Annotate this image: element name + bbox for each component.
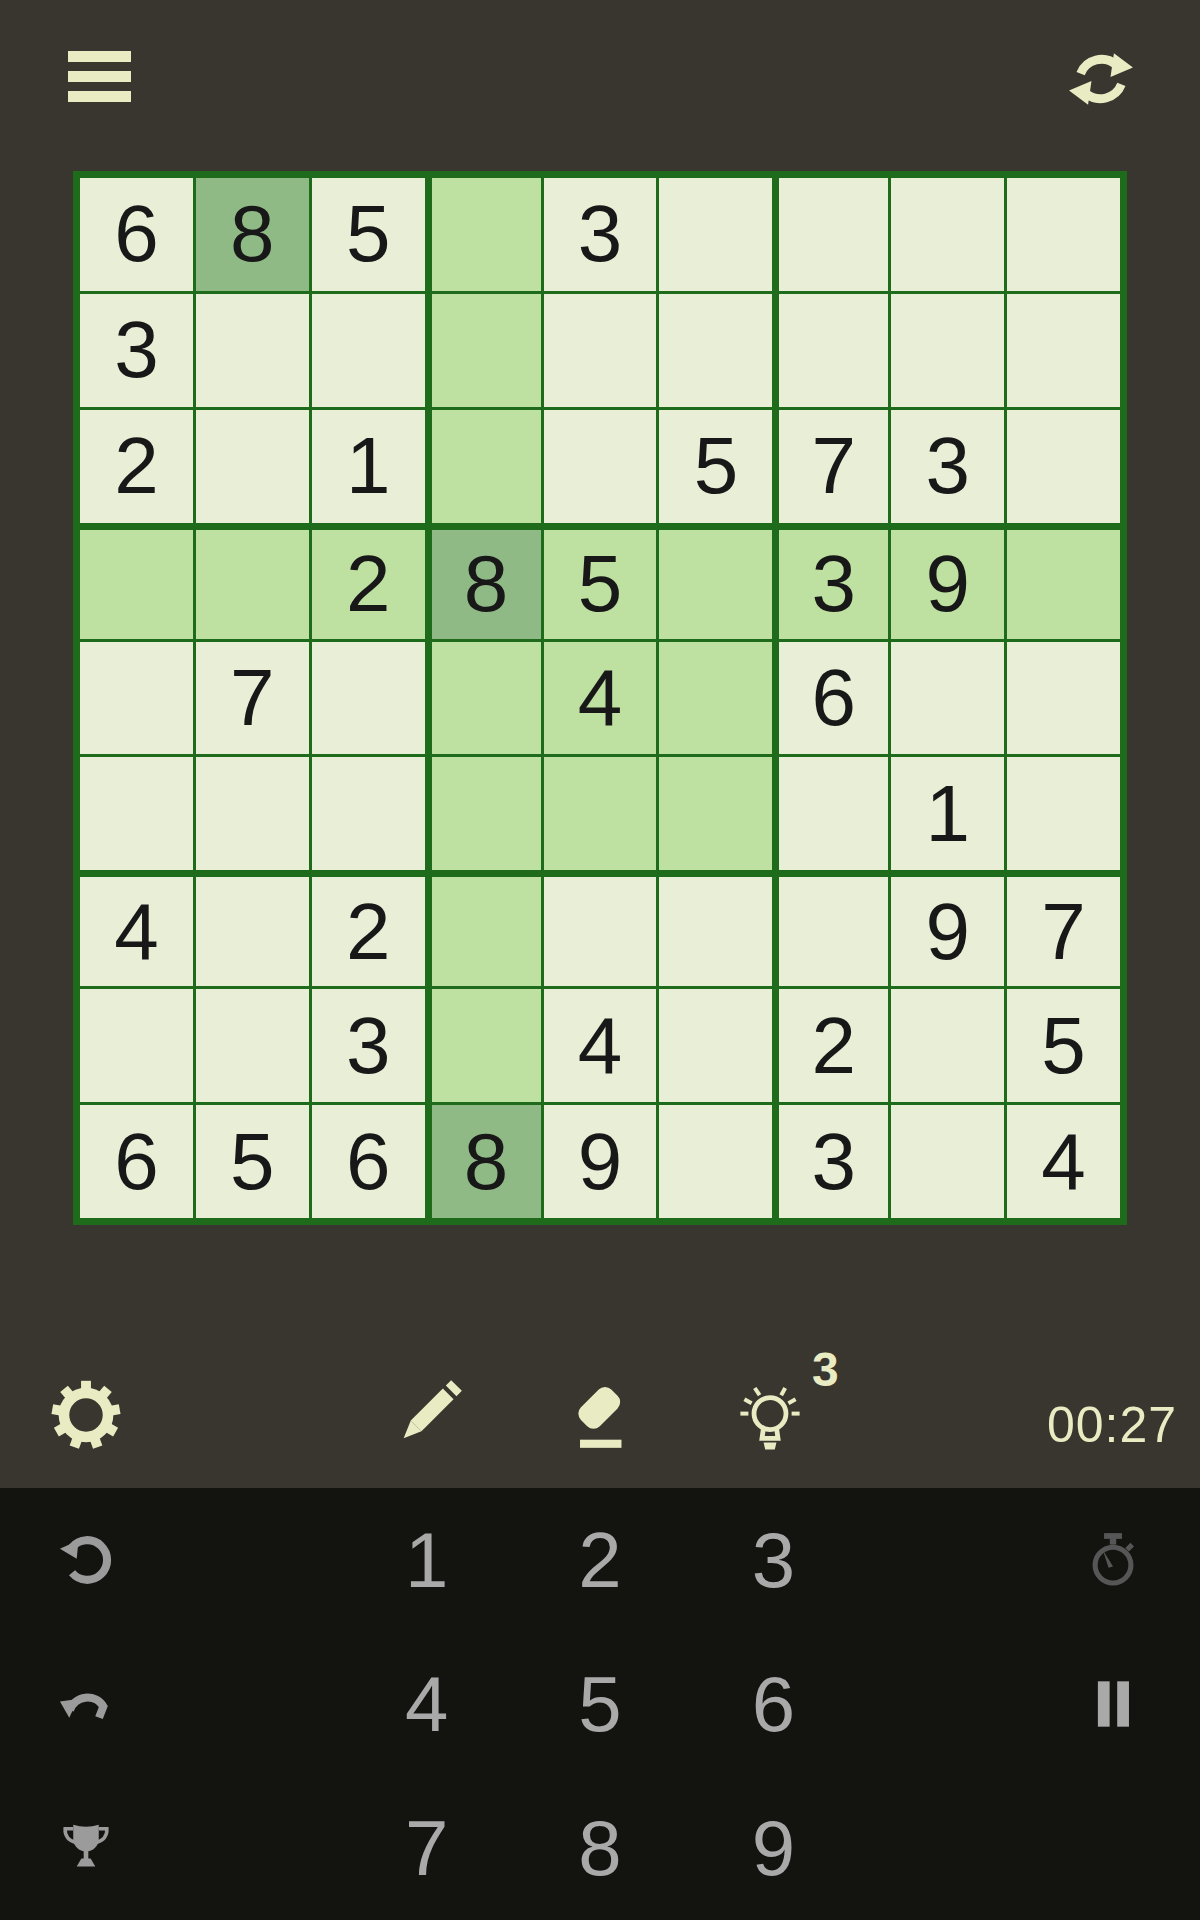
cell-r5c2[interactable]: 7 bbox=[196, 642, 309, 755]
cell-r3c7[interactable]: 7 bbox=[775, 410, 888, 523]
cell-r6c4[interactable] bbox=[428, 757, 541, 870]
numpad-key-9[interactable]: 9 bbox=[687, 1776, 860, 1920]
cell-r5c7[interactable]: 6 bbox=[775, 642, 888, 755]
cell-r3c1[interactable]: 2 bbox=[80, 410, 193, 523]
cell-r4c7[interactable]: 3 bbox=[775, 526, 888, 639]
numpad-key-7[interactable]: 7 bbox=[340, 1776, 513, 1920]
cell-r5c4[interactable] bbox=[428, 642, 541, 755]
cell-r5c3[interactable] bbox=[312, 642, 425, 755]
cell-r8c9[interactable]: 5 bbox=[1007, 989, 1120, 1102]
menu-bar bbox=[68, 91, 131, 102]
cell-r8c4[interactable] bbox=[428, 989, 541, 1102]
cell-r2c4[interactable] bbox=[428, 294, 541, 407]
cell-r4c3[interactable]: 2 bbox=[312, 526, 425, 639]
cell-r6c3[interactable] bbox=[312, 757, 425, 870]
cell-r1c7[interactable] bbox=[775, 178, 888, 291]
cell-r1c8[interactable] bbox=[891, 178, 1004, 291]
cell-r1c4[interactable] bbox=[428, 178, 541, 291]
cell-r6c7[interactable] bbox=[775, 757, 888, 870]
cell-r5c9[interactable] bbox=[1007, 642, 1120, 755]
cell-r9c1[interactable]: 6 bbox=[80, 1105, 193, 1218]
cell-r1c1[interactable]: 6 bbox=[80, 178, 193, 291]
numpad-key-3[interactable]: 3 bbox=[687, 1488, 860, 1632]
number-pad: 123456789 bbox=[340, 1488, 860, 1920]
cell-r5c1[interactable] bbox=[80, 642, 193, 755]
timer-display: 00:27 bbox=[1047, 1396, 1177, 1454]
cell-r3c5[interactable] bbox=[544, 410, 657, 523]
cell-r7c5[interactable] bbox=[544, 873, 657, 986]
new-game-refresh-icon[interactable] bbox=[1067, 45, 1135, 113]
menu-bar bbox=[68, 71, 131, 82]
cell-r8c6[interactable] bbox=[659, 989, 772, 1102]
cell-r8c2[interactable] bbox=[196, 989, 309, 1102]
cell-r4c1[interactable] bbox=[80, 526, 193, 639]
cell-r6c1[interactable] bbox=[80, 757, 193, 870]
cell-r9c9[interactable]: 4 bbox=[1007, 1105, 1120, 1218]
cell-r9c4[interactable]: 8 bbox=[428, 1105, 541, 1218]
cell-r8c1[interactable] bbox=[80, 989, 193, 1102]
cell-r3c2[interactable] bbox=[196, 410, 309, 523]
cell-r7c6[interactable] bbox=[659, 873, 772, 986]
restart-icon[interactable] bbox=[26, 1488, 146, 1632]
cell-r2c2[interactable] bbox=[196, 294, 309, 407]
eraser-icon[interactable] bbox=[563, 1376, 637, 1456]
cell-r2c3[interactable] bbox=[312, 294, 425, 407]
numpad-key-2[interactable]: 2 bbox=[513, 1488, 686, 1632]
cell-r7c7[interactable] bbox=[775, 873, 888, 986]
cell-r9c2[interactable]: 5 bbox=[196, 1105, 309, 1218]
cell-r1c2[interactable]: 8 bbox=[196, 178, 309, 291]
sudoku-board: 6853321573285397461429734256568934 bbox=[73, 171, 1127, 1225]
cell-r2c9[interactable] bbox=[1007, 294, 1120, 407]
cell-r6c2[interactable] bbox=[196, 757, 309, 870]
numpad-key-6[interactable]: 6 bbox=[687, 1632, 860, 1776]
cell-r8c5[interactable]: 4 bbox=[544, 989, 657, 1102]
cell-r1c5[interactable]: 3 bbox=[544, 178, 657, 291]
cell-r9c8[interactable] bbox=[891, 1105, 1004, 1218]
cell-r3c6[interactable]: 5 bbox=[659, 410, 772, 523]
cell-r4c8[interactable]: 9 bbox=[891, 526, 1004, 639]
cell-r9c6[interactable] bbox=[659, 1105, 772, 1218]
cell-r4c5[interactable]: 5 bbox=[544, 526, 657, 639]
cell-r4c4[interactable]: 8 bbox=[428, 526, 541, 639]
cell-r8c3[interactable]: 3 bbox=[312, 989, 425, 1102]
hint-count-badge: 3 bbox=[812, 1342, 839, 1397]
cell-r7c4[interactable] bbox=[428, 873, 541, 986]
cell-r2c8[interactable] bbox=[891, 294, 1004, 407]
cell-r3c9[interactable] bbox=[1007, 410, 1120, 523]
numpad-key-5[interactable]: 5 bbox=[513, 1632, 686, 1776]
cell-r8c8[interactable] bbox=[891, 989, 1004, 1102]
hint-bulb-icon[interactable] bbox=[730, 1378, 810, 1462]
cell-r9c5[interactable]: 9 bbox=[544, 1105, 657, 1218]
empty-slot bbox=[1053, 1776, 1173, 1920]
undo-icon[interactable] bbox=[26, 1632, 146, 1776]
pencil-icon[interactable] bbox=[386, 1372, 470, 1456]
cell-r7c3[interactable]: 2 bbox=[312, 873, 425, 986]
numpad-key-8[interactable]: 8 bbox=[513, 1776, 686, 1920]
cell-r8c7[interactable]: 2 bbox=[775, 989, 888, 1102]
cell-r9c7[interactable]: 3 bbox=[775, 1105, 888, 1218]
achievements-trophy-icon[interactable] bbox=[26, 1776, 146, 1920]
cell-r6c9[interactable] bbox=[1007, 757, 1120, 870]
cell-r2c7[interactable] bbox=[775, 294, 888, 407]
cell-r4c2[interactable] bbox=[196, 526, 309, 639]
numpad-key-1[interactable]: 1 bbox=[340, 1488, 513, 1632]
cell-r7c8[interactable]: 9 bbox=[891, 873, 1004, 986]
cell-r6c5[interactable] bbox=[544, 757, 657, 870]
pause-icon[interactable] bbox=[1053, 1632, 1173, 1776]
cell-r7c1[interactable]: 4 bbox=[80, 873, 193, 986]
cell-r1c3[interactable]: 5 bbox=[312, 178, 425, 291]
numpad-key-4[interactable]: 4 bbox=[340, 1632, 513, 1776]
cell-r9c3[interactable]: 6 bbox=[312, 1105, 425, 1218]
bottom-panel: 123456789 bbox=[0, 1488, 1200, 1920]
cell-r1c6[interactable] bbox=[659, 178, 772, 291]
cell-r3c8[interactable]: 3 bbox=[891, 410, 1004, 523]
stopwatch-icon[interactable] bbox=[1053, 1488, 1173, 1632]
cell-r3c4[interactable] bbox=[428, 410, 541, 523]
cell-r6c6[interactable] bbox=[659, 757, 772, 870]
cell-r5c6[interactable] bbox=[659, 642, 772, 755]
cell-r4c6[interactable] bbox=[659, 526, 772, 639]
cell-r1c9[interactable] bbox=[1007, 178, 1120, 291]
cell-r2c5[interactable] bbox=[544, 294, 657, 407]
cell-r4c9[interactable] bbox=[1007, 526, 1120, 639]
cell-r2c6[interactable] bbox=[659, 294, 772, 407]
cell-r3c3[interactable]: 1 bbox=[312, 410, 425, 523]
settings-gear-icon[interactable] bbox=[48, 1377, 124, 1453]
cell-r7c2[interactable] bbox=[196, 873, 309, 986]
cell-r5c8[interactable] bbox=[891, 642, 1004, 755]
menu-bar bbox=[68, 51, 131, 62]
cell-r6c8[interactable]: 1 bbox=[891, 757, 1004, 870]
menu-icon[interactable] bbox=[68, 51, 131, 107]
cell-r7c9[interactable]: 7 bbox=[1007, 873, 1120, 986]
cell-r2c1[interactable]: 3 bbox=[80, 294, 193, 407]
cell-r5c5[interactable]: 4 bbox=[544, 642, 657, 755]
